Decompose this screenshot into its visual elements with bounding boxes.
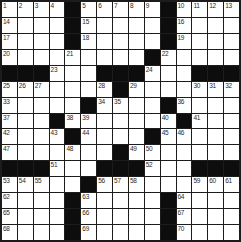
white-cell-r10c2[interactable] (18, 145, 33, 160)
clue-number-9: 9 (146, 2, 149, 9)
white-cell-r3c12[interactable]: 19 (177, 34, 192, 49)
black-cell-r5c13 (192, 66, 207, 81)
white-cell-r10c3[interactable] (34, 145, 49, 160)
white-cell-r14c1[interactable]: 65 (2, 209, 17, 224)
white-cell-r12c11[interactable] (161, 177, 176, 192)
white-cell-r13c4[interactable] (50, 193, 65, 208)
white-cell-r3c4[interactable] (50, 34, 65, 49)
white-cell-r9c6[interactable]: 44 (81, 129, 96, 144)
white-cell-r13c10[interactable] (145, 193, 160, 208)
clue-number-16: 16 (178, 18, 185, 25)
white-cell-r4c2[interactable] (18, 50, 33, 65)
clue-number-65: 65 (3, 209, 10, 216)
white-cell-r9c7[interactable] (97, 129, 112, 144)
white-cell-r12c7[interactable]: 56 (97, 177, 112, 192)
black-cell-r14c5 (65, 209, 80, 224)
white-cell-r12c15[interactable]: 61 (224, 177, 239, 192)
white-cell-r9c11[interactable]: 45 (161, 129, 176, 144)
clue-number-47: 47 (3, 145, 10, 152)
black-cell-r2c11 (161, 18, 176, 33)
white-cell-r1c15[interactable]: 13 (224, 2, 239, 17)
black-cell-r11c13 (192, 161, 207, 176)
white-cell-r15c8[interactable] (113, 225, 128, 240)
black-cell-r15c11 (161, 225, 176, 240)
clue-number-17: 17 (3, 34, 10, 41)
white-cell-r4c12[interactable] (177, 50, 192, 65)
black-cell-r11c8 (113, 161, 128, 176)
white-cell-r15c13[interactable] (192, 225, 207, 240)
white-cell-r2c2[interactable] (18, 18, 33, 33)
white-cell-r5c6[interactable] (81, 66, 96, 81)
white-cell-r8c10[interactable] (145, 114, 160, 129)
white-cell-r3c3[interactable] (34, 34, 49, 49)
clue-number-2: 2 (19, 2, 22, 9)
white-cell-r10c5[interactable]: 48 (65, 145, 80, 160)
white-cell-r3c14[interactable] (208, 34, 223, 49)
black-cell-r5c14 (208, 66, 223, 81)
white-cell-r4c11[interactable]: 22 (161, 50, 176, 65)
white-cell-r6c3[interactable]: 27 (34, 82, 49, 97)
white-cell-r5c11[interactable] (161, 66, 176, 81)
white-cell-r2c7[interactable] (97, 18, 112, 33)
white-cell-r1c6[interactable]: 5 (81, 2, 96, 17)
white-cell-r2c8[interactable] (113, 18, 128, 33)
white-cell-r4c13[interactable] (192, 50, 207, 65)
clue-number-42: 42 (3, 129, 10, 136)
white-cell-r9c12[interactable]: 46 (177, 129, 192, 144)
white-cell-r6c9[interactable]: 29 (129, 82, 144, 97)
white-cell-r15c2[interactable] (18, 225, 33, 240)
black-cell-r11c2 (18, 161, 33, 176)
white-cell-r7c13[interactable] (192, 98, 207, 113)
white-cell-r8c5[interactable]: 38 (65, 114, 80, 129)
black-cell-r5c9 (129, 66, 144, 81)
white-cell-r10c10[interactable]: 50 (145, 145, 160, 160)
clue-number-12: 12 (209, 2, 216, 9)
white-cell-r14c4[interactable] (50, 209, 65, 224)
crossword-grid: 1234567891011121314151617181920212223242… (0, 0, 241, 242)
white-cell-r8c7[interactable] (97, 114, 112, 129)
clue-number-51: 51 (51, 161, 58, 168)
black-cell-r5c3 (34, 66, 49, 81)
white-cell-r14c14[interactable] (208, 209, 223, 224)
clue-number-55: 55 (35, 177, 42, 184)
white-cell-r3c8[interactable] (113, 34, 128, 49)
black-cell-r4c10 (145, 50, 160, 65)
clue-number-29: 29 (130, 82, 137, 89)
white-cell-r12c12[interactable] (177, 177, 192, 192)
white-cell-r2c12[interactable]: 16 (177, 18, 192, 33)
white-cell-r10c4[interactable] (50, 145, 65, 160)
black-cell-r8c4 (50, 114, 65, 129)
white-cell-r3c7[interactable] (97, 34, 112, 49)
white-cell-r10c6[interactable] (81, 145, 96, 160)
clue-number-25: 25 (3, 82, 10, 89)
clue-number-19: 19 (178, 34, 185, 41)
clue-number-63: 63 (82, 193, 89, 200)
white-cell-r11c10[interactable]: 52 (145, 161, 160, 176)
white-cell-r15c12[interactable]: 70 (177, 225, 192, 240)
white-cell-r14c13[interactable] (192, 209, 207, 224)
clue-number-33: 33 (3, 98, 10, 105)
white-cell-r15c10[interactable] (145, 225, 160, 240)
white-cell-r3c1[interactable]: 17 (2, 34, 17, 49)
white-cell-r14c7[interactable] (97, 209, 112, 224)
clue-number-10: 10 (178, 2, 185, 9)
clue-number-34: 34 (98, 98, 105, 105)
black-cell-r7c6 (81, 98, 96, 113)
white-cell-r3c10[interactable] (145, 34, 160, 49)
black-cell-r7c11 (161, 98, 176, 113)
black-cell-r11c9 (129, 161, 144, 176)
white-cell-r1c2[interactable]: 2 (18, 2, 33, 17)
white-cell-r15c6[interactable]: 69 (81, 225, 96, 240)
white-cell-r14c6[interactable]: 66 (81, 209, 96, 224)
clue-number-69: 69 (82, 225, 89, 232)
clue-number-52: 52 (146, 161, 153, 168)
white-cell-r13c8[interactable] (113, 193, 128, 208)
white-cell-r1c14[interactable]: 12 (208, 2, 223, 17)
white-cell-r1c8[interactable]: 7 (113, 2, 128, 17)
white-cell-r6c12[interactable] (177, 82, 192, 97)
clue-number-18: 18 (82, 34, 89, 41)
clue-number-23: 23 (51, 66, 58, 73)
white-cell-r6c5[interactable] (65, 82, 80, 97)
white-cell-r13c9[interactable] (129, 193, 144, 208)
white-cell-r7c7[interactable]: 34 (97, 98, 112, 113)
white-cell-r8c1[interactable]: 37 (2, 114, 17, 129)
white-cell-r4c8[interactable] (113, 50, 128, 65)
white-cell-r7c10[interactable] (145, 98, 160, 113)
clue-number-62: 62 (3, 193, 10, 200)
white-cell-r4c9[interactable] (129, 50, 144, 65)
black-cell-r5c8 (113, 66, 128, 81)
white-cell-r7c12[interactable]: 36 (177, 98, 192, 113)
white-cell-r9c2[interactable] (18, 129, 33, 144)
black-cell-r2c5 (65, 18, 80, 33)
clue-number-49: 49 (130, 145, 137, 152)
white-cell-r12c9[interactable]: 58 (129, 177, 144, 192)
white-cell-r1c9[interactable]: 8 (129, 2, 144, 17)
white-cell-r3c9[interactable] (129, 34, 144, 49)
black-cell-r9c10 (145, 129, 160, 144)
black-cell-r6c8 (113, 82, 128, 97)
white-cell-r10c7[interactable] (97, 145, 112, 160)
white-cell-r4c7[interactable] (97, 50, 112, 65)
clue-number-43: 43 (51, 129, 58, 136)
clue-number-70: 70 (178, 225, 185, 232)
clue-number-54: 54 (19, 177, 26, 184)
clue-number-59: 59 (193, 177, 200, 184)
clue-number-22: 22 (162, 50, 169, 57)
white-cell-r14c2[interactable] (18, 209, 33, 224)
white-cell-r13c15[interactable] (224, 193, 239, 208)
white-cell-r6c1[interactable]: 25 (2, 82, 17, 97)
white-cell-r10c9[interactable]: 49 (129, 145, 144, 160)
white-cell-r11c12[interactable] (177, 161, 192, 176)
clue-number-56: 56 (98, 177, 105, 184)
white-cell-r13c6[interactable]: 63 (81, 193, 96, 208)
white-cell-r8c6[interactable]: 39 (81, 114, 96, 129)
clue-number-53: 53 (3, 177, 10, 184)
clue-number-37: 37 (3, 114, 10, 121)
white-cell-r8c13[interactable]: 41 (192, 114, 207, 129)
white-cell-r2c6[interactable]: 15 (81, 18, 96, 33)
white-cell-r6c4[interactable] (50, 82, 65, 97)
white-cell-r10c12[interactable] (177, 145, 192, 160)
white-cell-r15c14[interactable] (208, 225, 223, 240)
white-cell-r4c3[interactable] (34, 50, 49, 65)
white-cell-r13c7[interactable] (97, 193, 112, 208)
white-cell-r6c10[interactable] (145, 82, 160, 97)
white-cell-r6c15[interactable]: 32 (224, 82, 239, 97)
white-cell-r2c1[interactable]: 14 (2, 18, 17, 33)
white-cell-r3c15[interactable] (224, 34, 239, 49)
white-cell-r2c4[interactable] (50, 18, 65, 33)
white-cell-r9c14[interactable] (208, 129, 223, 144)
black-cell-r1c5 (65, 2, 80, 17)
white-cell-r6c2[interactable]: 26 (18, 82, 33, 97)
black-cell-r11c3 (34, 161, 49, 176)
clue-number-14: 14 (3, 18, 10, 25)
clue-number-21: 21 (66, 50, 73, 57)
white-cell-r13c14[interactable] (208, 193, 223, 208)
white-cell-r8c15[interactable] (224, 114, 239, 129)
white-cell-r1c4[interactable]: 4 (50, 2, 65, 17)
white-cell-r12c5[interactable] (65, 177, 80, 192)
black-cell-r14c11 (161, 209, 176, 224)
white-cell-r15c4[interactable] (50, 225, 65, 240)
white-cell-r11c4[interactable]: 51 (50, 161, 65, 176)
white-cell-r15c7[interactable] (97, 225, 112, 240)
white-cell-r9c9[interactable] (129, 129, 144, 144)
white-cell-r2c3[interactable] (34, 18, 49, 33)
white-cell-r13c3[interactable] (34, 193, 49, 208)
clue-number-1: 1 (3, 2, 6, 9)
clue-number-50: 50 (146, 145, 153, 152)
white-cell-r9c13[interactable] (192, 129, 207, 144)
clue-number-38: 38 (66, 114, 73, 121)
white-cell-r7c1[interactable]: 33 (2, 98, 17, 113)
white-cell-r12c2[interactable]: 54 (18, 177, 33, 192)
clue-number-57: 57 (114, 177, 121, 184)
clue-number-24: 24 (146, 66, 153, 73)
white-cell-r6c6[interactable] (81, 82, 96, 97)
white-cell-r5c10[interactable]: 24 (145, 66, 160, 81)
clue-number-30: 30 (193, 82, 200, 89)
white-cell-r9c15[interactable] (224, 129, 239, 144)
white-cell-r10c14[interactable] (208, 145, 223, 160)
clue-number-39: 39 (82, 114, 89, 121)
clue-number-35: 35 (114, 98, 121, 105)
clue-number-66: 66 (82, 209, 89, 216)
white-cell-r8c3[interactable] (34, 114, 49, 129)
white-cell-r7c2[interactable] (18, 98, 33, 113)
white-cell-r14c12[interactable]: 67 (177, 209, 192, 224)
black-cell-r13c11 (161, 193, 176, 208)
white-cell-r15c9[interactable] (129, 225, 144, 240)
white-cell-r7c4[interactable] (50, 98, 65, 113)
white-cell-r13c1[interactable]: 62 (2, 193, 17, 208)
white-cell-r4c15[interactable] (224, 50, 239, 65)
white-cell-r1c3[interactable]: 3 (34, 2, 49, 17)
white-cell-r7c3[interactable] (34, 98, 49, 113)
black-cell-r12c6 (81, 177, 96, 192)
white-cell-r5c4[interactable]: 23 (50, 66, 65, 81)
clue-number-4: 4 (51, 2, 54, 9)
black-cell-r3c5 (65, 34, 80, 49)
white-cell-r14c9[interactable] (129, 209, 144, 224)
clue-number-32: 32 (225, 82, 232, 89)
white-cell-r5c5[interactable] (65, 66, 80, 81)
clue-number-7: 7 (114, 2, 117, 9)
clue-number-26: 26 (19, 82, 26, 89)
white-cell-r8c9[interactable] (129, 114, 144, 129)
clue-number-15: 15 (82, 18, 89, 25)
white-cell-r1c1[interactable]: 1 (2, 2, 17, 17)
clue-number-48: 48 (66, 145, 73, 152)
white-cell-r7c9[interactable] (129, 98, 144, 113)
clue-number-44: 44 (82, 129, 89, 136)
white-cell-r9c3[interactable] (34, 129, 49, 144)
white-cell-r12c8[interactable]: 57 (113, 177, 128, 192)
white-cell-r13c13[interactable] (192, 193, 207, 208)
white-cell-r12c14[interactable]: 60 (208, 177, 223, 192)
clue-number-36: 36 (178, 98, 185, 105)
black-cell-r11c7 (97, 161, 112, 176)
white-cell-r10c15[interactable] (224, 145, 239, 160)
white-cell-r4c5[interactable]: 21 (65, 50, 80, 65)
white-cell-r1c13[interactable]: 11 (192, 2, 207, 17)
white-cell-r12c10[interactable] (145, 177, 160, 192)
white-cell-r6c13[interactable]: 30 (192, 82, 207, 97)
white-cell-r8c8[interactable] (113, 114, 128, 129)
clue-number-68: 68 (3, 225, 10, 232)
black-cell-r5c2 (18, 66, 33, 81)
white-cell-r4c6[interactable] (81, 50, 96, 65)
white-cell-r3c6[interactable]: 18 (81, 34, 96, 49)
white-cell-r7c14[interactable] (208, 98, 223, 113)
clue-number-41: 41 (193, 114, 200, 121)
white-cell-r10c13[interactable] (192, 145, 207, 160)
white-cell-r2c14[interactable] (208, 18, 223, 33)
black-cell-r5c7 (97, 66, 112, 81)
white-cell-r12c3[interactable]: 55 (34, 177, 49, 192)
white-cell-r14c8[interactable] (113, 209, 128, 224)
clue-number-28: 28 (98, 82, 105, 89)
clue-number-27: 27 (35, 82, 42, 89)
black-cell-r5c15 (224, 66, 239, 81)
white-cell-r15c1[interactable]: 68 (2, 225, 17, 240)
white-cell-r2c10[interactable] (145, 18, 160, 33)
white-cell-r9c4[interactable]: 43 (50, 129, 65, 144)
white-cell-r1c10[interactable]: 9 (145, 2, 160, 17)
clue-number-5: 5 (82, 2, 85, 9)
black-cell-r1c11 (161, 2, 176, 17)
white-cell-r9c1[interactable]: 42 (2, 129, 17, 144)
white-cell-r13c2[interactable] (18, 193, 33, 208)
clue-number-64: 64 (178, 193, 185, 200)
black-cell-r11c15 (224, 161, 239, 176)
white-cell-r7c8[interactable]: 35 (113, 98, 128, 113)
white-cell-r7c15[interactable] (224, 98, 239, 113)
clue-number-67: 67 (178, 209, 185, 216)
white-cell-r4c14[interactable] (208, 50, 223, 65)
white-cell-r12c1[interactable]: 53 (2, 177, 17, 192)
white-cell-r2c15[interactable] (224, 18, 239, 33)
white-cell-r10c1[interactable]: 47 (2, 145, 17, 160)
white-cell-r1c7[interactable]: 6 (97, 2, 112, 17)
clue-number-11: 11 (193, 2, 199, 9)
white-cell-r1c12[interactable]: 10 (177, 2, 192, 17)
white-cell-r15c3[interactable] (34, 225, 49, 240)
clue-number-6: 6 (98, 2, 101, 9)
clue-number-31: 31 (209, 82, 216, 89)
black-cell-r13c5 (65, 193, 80, 208)
white-cell-r12c13[interactable]: 59 (192, 177, 207, 192)
white-cell-r10c11[interactable] (161, 145, 176, 160)
white-cell-r5c12[interactable] (177, 66, 192, 81)
black-cell-r8c12 (177, 114, 192, 129)
black-cell-r11c1 (2, 161, 17, 176)
white-cell-r8c2[interactable] (18, 114, 33, 129)
black-cell-r11c14 (208, 161, 223, 176)
black-cell-r3c11 (161, 34, 176, 49)
white-cell-r14c10[interactable] (145, 209, 160, 224)
white-cell-r8c14[interactable] (208, 114, 223, 129)
clue-number-8: 8 (130, 2, 133, 9)
white-cell-r15c15[interactable] (224, 225, 239, 240)
clue-number-13: 13 (225, 2, 232, 9)
white-cell-r2c13[interactable] (192, 18, 207, 33)
white-cell-r14c15[interactable] (224, 209, 239, 224)
white-cell-r11c5[interactable] (65, 161, 80, 176)
clue-number-58: 58 (130, 177, 137, 184)
white-cell-r6c14[interactable]: 31 (208, 82, 223, 97)
clue-number-46: 46 (178, 129, 185, 136)
white-cell-r2c9[interactable] (129, 18, 144, 33)
black-cell-r9c5 (65, 129, 80, 144)
white-cell-r6c11[interactable] (161, 82, 176, 97)
clue-number-3: 3 (35, 2, 38, 9)
black-cell-r5c1 (2, 66, 17, 81)
white-cell-r9c8[interactable] (113, 129, 128, 144)
white-cell-r4c4[interactable] (50, 50, 65, 65)
white-cell-r14c3[interactable] (34, 209, 49, 224)
white-cell-r7c5[interactable] (65, 98, 80, 113)
clue-number-45: 45 (162, 129, 169, 136)
white-cell-r11c11[interactable] (161, 161, 176, 176)
black-cell-r15c5 (65, 225, 80, 240)
clue-number-60: 60 (209, 177, 216, 184)
white-cell-r13c12[interactable]: 64 (177, 193, 192, 208)
white-cell-r11c6[interactable] (81, 161, 96, 176)
clue-number-20: 20 (3, 50, 10, 57)
black-cell-r10c8 (113, 145, 128, 160)
white-cell-r8c11[interactable]: 40 (161, 114, 176, 129)
white-cell-r3c2[interactable] (18, 34, 33, 49)
white-cell-r4c1[interactable]: 20 (2, 50, 17, 65)
clue-number-40: 40 (162, 114, 169, 121)
white-cell-r12c4[interactable] (50, 177, 65, 192)
clue-number-61: 61 (225, 177, 232, 184)
white-cell-r3c13[interactable] (192, 34, 207, 49)
white-cell-r6c7[interactable]: 28 (97, 82, 112, 97)
